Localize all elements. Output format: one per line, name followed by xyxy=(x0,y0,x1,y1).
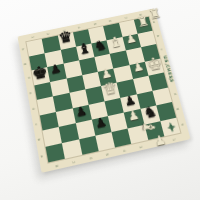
coordinate-label: 5 xyxy=(93,23,96,25)
coordinate-label: c xyxy=(35,123,39,125)
pieces-layer: ♟♟♟♟♛♜♝♞♝♟♚♟♟♟♚♛♟♟♟♟♞♝♜♟ xyxy=(25,16,181,164)
coordinate-label: f xyxy=(27,77,30,79)
coordinate-label: g xyxy=(177,108,181,111)
piece-black-pawn-d2: ♟ xyxy=(91,113,111,132)
coordinate-label: 6 xyxy=(89,156,93,159)
coordinate-label: h xyxy=(181,123,185,126)
coordinate-label: b xyxy=(157,34,160,36)
coordinate-label: 4 xyxy=(78,26,81,28)
photo-background: 12345678 87654321 hgfedcba abcdefgh US C… xyxy=(0,0,200,200)
coordinate-label: 8 xyxy=(55,164,59,167)
captured-white-rook-on-top-right-border: ♜ xyxy=(145,6,165,23)
coordinate-label: f xyxy=(173,93,176,95)
piece-black-pawn-b6: ♟ xyxy=(46,60,65,78)
coordinate-label: 2 xyxy=(47,32,50,34)
coordinate-label: e xyxy=(29,92,33,95)
piece-black-pawn-c3: ♟ xyxy=(71,101,91,120)
captured-white-pawn-on-bottom-border: ♟ xyxy=(149,131,171,151)
coordinate-label: g xyxy=(24,62,27,65)
chess-board: 12345678 87654321 hgfedcba abcdefgh US C… xyxy=(17,8,190,172)
coordinate-label: a xyxy=(41,155,45,158)
piece-white-queen-e4: ♛ xyxy=(100,79,120,98)
piece-white-king-h5: ♚ xyxy=(144,54,164,72)
coordinate-label: 1 xyxy=(172,138,176,141)
coordinate-label: 7 xyxy=(72,160,76,163)
coordinate-label: 6 xyxy=(109,19,112,21)
piece-black-queen-c8: ♛ xyxy=(56,29,75,46)
coordinate-label: 4 xyxy=(123,149,127,152)
coordinate-label: c xyxy=(160,49,163,51)
coordinate-label: b xyxy=(38,139,42,142)
coordinate-label: 7 xyxy=(124,16,127,18)
coordinate-label: 5 xyxy=(106,153,110,156)
coordinate-label: d xyxy=(32,107,36,110)
coordinate-label: 3 xyxy=(139,145,143,148)
coordinate-label: 1 xyxy=(31,35,34,37)
coordinate-label: h xyxy=(21,48,24,50)
piece-white-pawn-g7: ♟ xyxy=(121,30,140,47)
